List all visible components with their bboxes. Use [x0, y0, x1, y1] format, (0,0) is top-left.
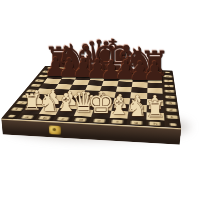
rank-label: 5: [30, 84, 40, 87]
rank-label: 1: [166, 115, 177, 119]
square-e1: [91, 110, 111, 118]
file-label: d: [75, 117, 87, 121]
border-rank-label: 1: [164, 113, 180, 121]
file-label: h: [150, 121, 161, 125]
rank-label: 5: [164, 90, 173, 93]
border-file-label: e: [107, 68, 121, 72]
rank-label: 4: [26, 89, 37, 92]
corner-chip: [165, 71, 170, 73]
rank-label: 2: [16, 101, 28, 104]
border-file-label: h: [148, 70, 162, 74]
rank-label: 7: [164, 80, 173, 83]
border-file-label: g: [134, 69, 148, 73]
corner-chip: [169, 123, 175, 126]
file-label: a: [57, 67, 66, 69]
file-label: f: [112, 119, 123, 123]
file-label: c: [57, 117, 69, 121]
border-file-label: f: [120, 69, 134, 73]
rank-label: 6: [34, 79, 44, 82]
square-g1: [127, 111, 146, 119]
rank-label: 2: [166, 108, 177, 112]
folding-chessboard: abcdefgh8877665544332211abcdefgh: [1, 66, 181, 128]
rank-label: 8: [42, 70, 51, 72]
square-h1: [146, 112, 165, 120]
border-rank-label: 2: [163, 106, 179, 114]
border-rank-label: 5: [162, 88, 176, 94]
rank-label: 8: [163, 75, 171, 77]
border-rank-label: 4: [163, 94, 177, 101]
rank-label: 7: [38, 75, 48, 77]
rank-label: 4: [165, 95, 175, 98]
board-top-face: abcdefgh8877665544332211abcdefgh: [1, 66, 181, 128]
file-label: e: [110, 69, 118, 71]
file-label: c: [83, 68, 92, 70]
file-label: g: [131, 120, 142, 124]
file-label: d: [96, 69, 104, 71]
file-label: a: [21, 115, 34, 119]
corner-chip: [8, 114, 16, 117]
file-label: b: [70, 68, 79, 70]
file-label: h: [150, 71, 158, 73]
rank-label: 3: [21, 95, 32, 98]
rank-label: 3: [165, 101, 175, 104]
chess-set-photo: abcdefgh8877665544332211abcdefgh ♜♞♝♛♚♝♞…: [0, 0, 200, 200]
corner-chip: [47, 67, 52, 68]
file-label: f: [123, 70, 131, 72]
file-label: e: [93, 118, 105, 122]
file-label: b: [39, 116, 51, 120]
square-f1: [109, 110, 128, 118]
rank-label: 1: [10, 107, 22, 111]
file-label: g: [137, 70, 145, 72]
brass-clasp-icon: [48, 125, 60, 134]
border-rank-label: 3: [163, 100, 178, 107]
rank-label: 6: [164, 85, 173, 88]
